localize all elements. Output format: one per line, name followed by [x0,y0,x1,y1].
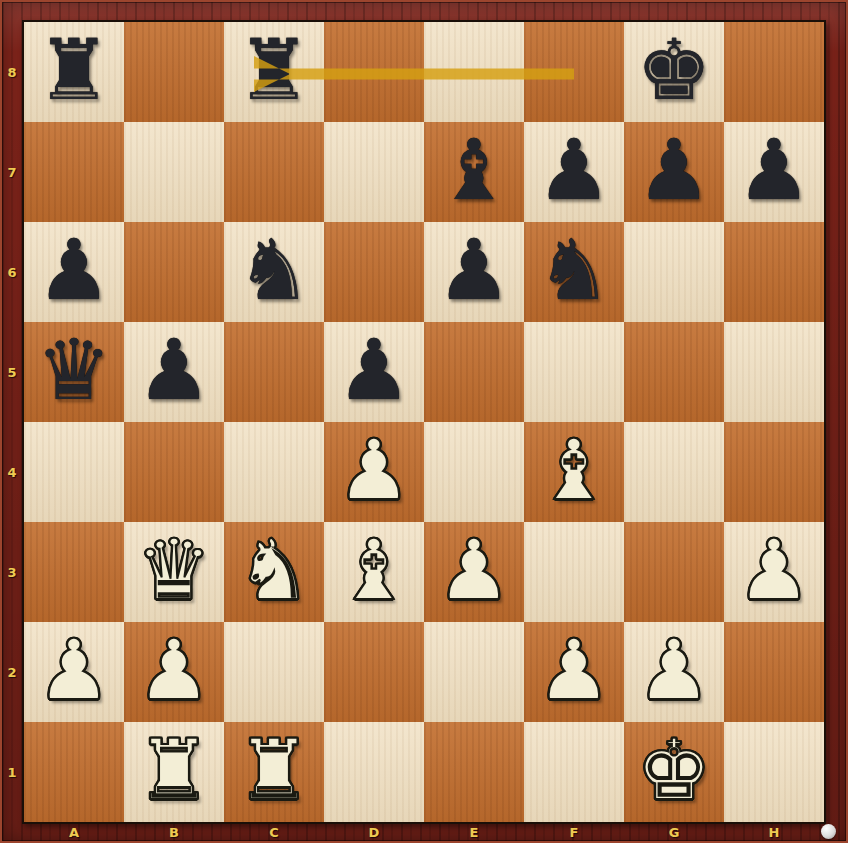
file-labels: ABCDEFGH [24,822,824,843]
file-label-E: E [424,822,524,843]
piece-black-pawn-f7[interactable]: ♟ [536,128,611,212]
square-g7[interactable]: ♟ [624,122,724,222]
square-a8[interactable]: ♜ [24,22,124,122]
piece-black-pawn-a6[interactable]: ♟ [36,228,111,312]
piece-white-knight-c3[interactable]: ♞ [236,528,311,612]
square-b6[interactable] [124,222,224,322]
piece-white-rook-b1[interactable]: ♜ [136,728,211,812]
rank-labels: 87654321 [2,22,22,822]
piece-white-pawn-f2[interactable]: ♟ [536,628,611,712]
square-f3[interactable] [524,522,624,622]
file-label-D: D [324,822,424,843]
square-d4[interactable]: ♟ [324,422,424,522]
file-label-F: F [524,822,624,843]
square-b3[interactable]: ♛ [124,522,224,622]
piece-black-pawn-d5[interactable]: ♟ [336,328,411,412]
piece-white-king-g1[interactable]: ♚ [636,728,711,812]
square-h2[interactable] [724,622,824,722]
square-d1[interactable] [324,722,424,822]
square-d8[interactable] [324,22,424,122]
square-b1[interactable]: ♜ [124,722,224,822]
piece-white-pawn-d4[interactable]: ♟ [336,428,411,512]
piece-white-pawn-a2[interactable]: ♟ [36,628,111,712]
square-c8[interactable]: ♜ [224,22,324,122]
square-a7[interactable] [24,122,124,222]
square-c4[interactable] [224,422,324,522]
square-b8[interactable] [124,22,224,122]
square-d5[interactable]: ♟ [324,322,424,422]
square-f2[interactable]: ♟ [524,622,624,722]
square-h6[interactable] [724,222,824,322]
square-b5[interactable]: ♟ [124,322,224,422]
square-g2[interactable]: ♟ [624,622,724,722]
square-g5[interactable] [624,322,724,422]
square-d3[interactable]: ♝ [324,522,424,622]
square-h7[interactable]: ♟ [724,122,824,222]
square-d7[interactable] [324,122,424,222]
piece-white-pawn-b2[interactable]: ♟ [136,628,211,712]
chessboard: ♜♜♚♝♟♟♟♟♞♟♞♛♟♟♟♝♛♞♝♟♟♟♟♟♟♜♜♚ [22,20,826,824]
square-e7[interactable]: ♝ [424,122,524,222]
piece-black-pawn-g7[interactable]: ♟ [636,128,711,212]
square-f7[interactable]: ♟ [524,122,624,222]
square-a5[interactable]: ♛ [24,322,124,422]
file-label-H: H [724,822,824,843]
square-g8[interactable]: ♚ [624,22,724,122]
square-h4[interactable] [724,422,824,522]
square-a2[interactable]: ♟ [24,622,124,722]
piece-black-rook-c8[interactable]: ♜ [236,28,311,112]
square-e8[interactable] [424,22,524,122]
file-label-G: G [624,822,724,843]
piece-black-rook-a8[interactable]: ♜ [36,28,111,112]
square-f4[interactable]: ♝ [524,422,624,522]
square-g1[interactable]: ♚ [624,722,724,822]
rank-label-5: 5 [2,322,22,422]
rank-label-2: 2 [2,622,22,722]
square-f6[interactable]: ♞ [524,222,624,322]
square-e6[interactable]: ♟ [424,222,524,322]
piece-black-knight-c6[interactable]: ♞ [236,228,311,312]
square-c5[interactable] [224,322,324,422]
square-c2[interactable] [224,622,324,722]
rank-label-8: 8 [2,22,22,122]
piece-white-pawn-h3[interactable]: ♟ [736,528,811,612]
square-e2[interactable] [424,622,524,722]
square-a1[interactable] [24,722,124,822]
square-h3[interactable]: ♟ [724,522,824,622]
piece-black-pawn-e6[interactable]: ♟ [436,228,511,312]
rank-label-4: 4 [2,422,22,522]
piece-white-rook-c1[interactable]: ♜ [236,728,311,812]
piece-black-bishop-e7[interactable]: ♝ [436,128,511,212]
board-frame: ♜♜♚♝♟♟♟♟♞♟♞♛♟♟♟♝♛♞♝♟♟♟♟♟♟♜♜♚ 87654321 AB… [0,0,848,843]
square-e5[interactable] [424,322,524,422]
piece-white-pawn-e3[interactable]: ♟ [436,528,511,612]
square-f5[interactable] [524,322,624,422]
square-c1[interactable]: ♜ [224,722,324,822]
square-b2[interactable]: ♟ [124,622,224,722]
square-d2[interactable] [324,622,424,722]
square-a4[interactable] [24,422,124,522]
square-h8[interactable] [724,22,824,122]
square-a6[interactable]: ♟ [24,222,124,322]
square-f8[interactable] [524,22,624,122]
piece-black-queen-a5[interactable]: ♛ [36,328,111,412]
piece-black-pawn-b5[interactable]: ♟ [136,328,211,412]
square-g3[interactable] [624,522,724,622]
square-c7[interactable] [224,122,324,222]
square-e4[interactable] [424,422,524,522]
square-h5[interactable] [724,322,824,422]
piece-black-king-g8[interactable]: ♚ [636,28,711,112]
rank-label-6: 6 [2,222,22,322]
rank-label-1: 1 [2,722,22,822]
square-a3[interactable] [24,522,124,622]
square-e1[interactable] [424,722,524,822]
piece-white-bishop-d3[interactable]: ♝ [336,528,411,612]
file-label-B: B [124,822,224,843]
square-f1[interactable] [524,722,624,822]
file-label-A: A [24,822,124,843]
square-c3[interactable]: ♞ [224,522,324,622]
square-c6[interactable]: ♞ [224,222,324,322]
piece-black-knight-f6[interactable]: ♞ [536,228,611,312]
square-b7[interactable] [124,122,224,222]
file-label-C: C [224,822,324,843]
square-g6[interactable] [624,222,724,322]
square-e3[interactable]: ♟ [424,522,524,622]
side-to-move-indicator [821,824,836,839]
square-b4[interactable] [124,422,224,522]
piece-white-queen-b3[interactable]: ♛ [136,528,211,612]
piece-white-pawn-g2[interactable]: ♟ [636,628,711,712]
rank-label-3: 3 [2,522,22,622]
square-d6[interactable] [324,222,424,322]
piece-white-bishop-f4[interactable]: ♝ [536,428,611,512]
piece-black-pawn-h7[interactable]: ♟ [736,128,811,212]
rank-label-7: 7 [2,122,22,222]
square-g4[interactable] [624,422,724,522]
square-h1[interactable] [724,722,824,822]
